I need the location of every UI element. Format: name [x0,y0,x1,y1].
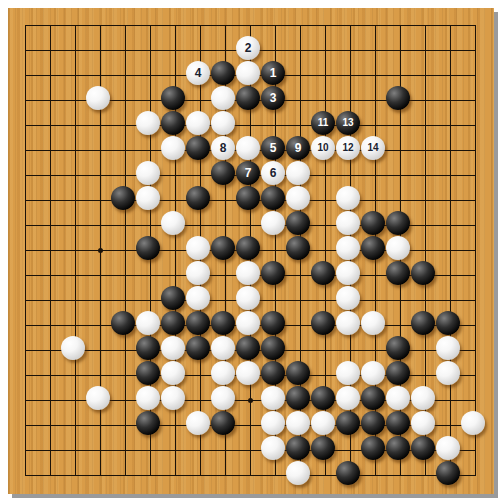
stone-white[interactable] [311,411,335,435]
stone-black[interactable] [136,411,160,435]
stone-white[interactable] [361,311,385,335]
move-number-label: 14 [361,136,385,160]
stone-black[interactable] [386,86,410,110]
stone-white[interactable] [86,86,110,110]
stone-black[interactable] [311,436,335,460]
stone-black[interactable] [361,236,385,260]
stone-black[interactable]: 1 [261,61,285,85]
stone-white[interactable] [336,236,360,260]
stone-white[interactable] [336,361,360,385]
stone-black[interactable] [336,461,360,485]
stone-white[interactable] [61,336,85,360]
stone-white[interactable] [86,386,110,410]
move-number-label: 2 [236,36,260,60]
stone-white[interactable] [336,186,360,210]
stone-white[interactable] [236,61,260,85]
stone-black[interactable] [411,436,435,460]
stone-white[interactable]: 8 [211,136,235,160]
stone-white[interactable] [136,186,160,210]
stone-black[interactable] [361,211,385,235]
stone-black[interactable]: 3 [261,86,285,110]
move-number-label: 12 [336,136,360,160]
stone-black[interactable] [261,361,285,385]
stone-black[interactable] [136,361,160,385]
stone-white[interactable]: 4 [186,61,210,85]
move-number-label: 9 [286,136,310,160]
stone-white[interactable] [436,361,460,385]
stone-white[interactable] [136,111,160,135]
stone-white[interactable] [436,336,460,360]
stone-black[interactable] [136,336,160,360]
stone-white[interactable]: 10 [311,136,335,160]
stone-black[interactable] [186,136,210,160]
stone-black[interactable] [361,386,385,410]
stone-black[interactable] [386,436,410,460]
stone-white[interactable] [261,411,285,435]
stone-white[interactable] [286,186,310,210]
stone-white[interactable] [211,386,235,410]
stone-black[interactable]: 11 [311,111,335,135]
stone-white[interactable] [411,386,435,410]
stone-black[interactable] [236,336,260,360]
stone-white[interactable] [186,111,210,135]
stone-black[interactable] [211,311,235,335]
stone-black[interactable] [336,411,360,435]
grid-line-vertical [450,25,451,476]
stone-white[interactable] [461,411,485,435]
stone-white[interactable] [336,261,360,285]
stone-white[interactable] [261,436,285,460]
stone-black[interactable] [211,61,235,85]
stone-white[interactable] [186,261,210,285]
stone-white[interactable] [136,386,160,410]
stone-black[interactable] [311,311,335,335]
stone-black[interactable] [236,236,260,260]
stone-white[interactable] [386,236,410,260]
stone-white[interactable] [336,311,360,335]
stone-black[interactable] [161,86,185,110]
grid-line-vertical [475,25,476,476]
go-board[interactable]: 2413111385910121476 [8,8,494,494]
stone-white[interactable] [336,211,360,235]
move-number-label: 13 [336,111,360,135]
stone-white[interactable] [436,436,460,460]
move-number-label: 6 [261,161,285,185]
move-number-label: 5 [261,136,285,160]
stone-black[interactable]: 5 [261,136,285,160]
move-number-label: 8 [211,136,235,160]
stone-white[interactable]: 2 [236,36,260,60]
move-number-label: 1 [261,61,285,85]
stone-white[interactable] [261,211,285,235]
stone-black[interactable] [361,436,385,460]
stone-white[interactable]: 6 [261,161,285,185]
stone-white[interactable] [211,111,235,135]
stone-black[interactable] [386,411,410,435]
stone-black[interactable] [161,286,185,310]
stone-black[interactable] [161,311,185,335]
stone-white[interactable] [261,386,285,410]
stone-white[interactable] [411,411,435,435]
stone-white[interactable] [336,286,360,310]
move-number-label: 4 [186,61,210,85]
stone-black[interactable] [311,261,335,285]
stone-white[interactable] [186,286,210,310]
stone-black[interactable] [261,336,285,360]
stone-black[interactable] [136,236,160,260]
stone-black[interactable] [436,311,460,335]
stone-black[interactable] [361,411,385,435]
stone-white[interactable]: 14 [361,136,385,160]
stone-black[interactable] [186,311,210,335]
stone-black[interactable]: 7 [236,161,260,185]
move-number-label: 7 [236,161,260,185]
stone-white[interactable] [386,386,410,410]
stone-white[interactable] [236,311,260,335]
stone-black[interactable] [186,186,210,210]
move-number-label: 11 [311,111,335,135]
stone-white[interactable] [286,411,310,435]
move-number-label: 10 [311,136,335,160]
stone-black[interactable] [211,411,235,435]
stone-black[interactable] [286,361,310,385]
star-point [248,398,253,403]
stone-white[interactable] [161,361,185,385]
stone-white[interactable] [211,361,235,385]
stone-black[interactable] [186,336,210,360]
stone-black[interactable] [286,386,310,410]
stone-white[interactable]: 12 [336,136,360,160]
stone-white[interactable] [236,286,260,310]
stone-black[interactable] [211,236,235,260]
stone-black[interactable] [386,361,410,385]
stone-black[interactable] [386,211,410,235]
stone-white[interactable] [211,336,235,360]
stone-white[interactable] [136,161,160,185]
stone-black[interactable] [311,386,335,410]
stone-black[interactable] [411,261,435,285]
stone-white[interactable] [236,136,260,160]
stone-black[interactable] [411,311,435,335]
stone-white[interactable] [161,211,185,235]
stone-black[interactable] [236,86,260,110]
stone-black[interactable] [386,261,410,285]
stone-white[interactable] [236,261,260,285]
stone-black[interactable] [386,336,410,360]
stone-black[interactable] [261,261,285,285]
stone-white[interactable] [286,161,310,185]
stone-black[interactable] [286,236,310,260]
stone-black[interactable] [286,436,310,460]
star-point [98,248,103,253]
stone-black[interactable] [236,186,260,210]
stone-black[interactable] [211,161,235,185]
stone-black[interactable] [286,211,310,235]
page: { "game": "go", "description": "19x19 go… [0,0,500,500]
stone-white[interactable] [136,311,160,335]
stone-black[interactable] [111,186,135,210]
stone-black[interactable] [161,111,185,135]
stone-white[interactable] [186,236,210,260]
stone-black[interactable] [261,186,285,210]
stone-white[interactable] [336,386,360,410]
stone-black[interactable] [111,311,135,335]
grid-line-horizontal [25,475,476,476]
stone-black[interactable]: 13 [336,111,360,135]
stone-white[interactable] [161,336,185,360]
stone-white[interactable] [161,136,185,160]
stone-white[interactable] [161,386,185,410]
stone-white[interactable] [236,361,260,385]
stone-black[interactable] [261,311,285,335]
stone-black[interactable]: 9 [286,136,310,160]
stone-black[interactable] [436,461,460,485]
stone-white[interactable] [286,461,310,485]
stone-white[interactable] [361,361,385,385]
stone-white[interactable] [211,86,235,110]
stone-white[interactable] [186,411,210,435]
move-number-label: 3 [261,86,285,110]
